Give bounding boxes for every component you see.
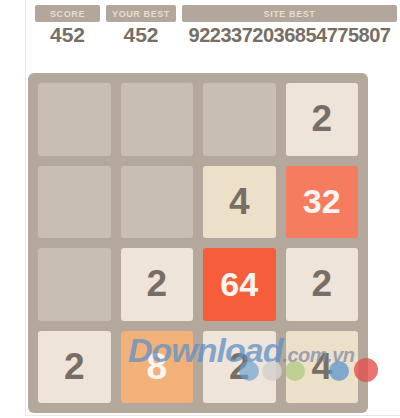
- tile-8: 8: [121, 331, 194, 404]
- empty-cell: [121, 166, 194, 239]
- site-best-label: SITE BEST: [264, 9, 316, 19]
- your-best-label: YOUR BEST: [112, 9, 170, 19]
- tile-2: 2: [286, 83, 359, 156]
- site-best-panel: SITE BEST 9223372036854775807: [182, 5, 397, 47]
- tile-4: 4: [203, 166, 276, 239]
- site-best-label-badge: SITE BEST: [182, 5, 397, 22]
- your-best-panel: YOUR BEST 452: [106, 5, 176, 47]
- score-label-badge: SCORE: [35, 5, 100, 22]
- score-label: SCORE: [50, 9, 85, 19]
- empty-cell: [38, 83, 111, 156]
- your-best-label-badge: YOUR BEST: [106, 5, 176, 22]
- tile-64: 64: [203, 248, 276, 321]
- tile-2: 2: [38, 331, 111, 404]
- board-grid[interactable]: 243226422824: [28, 73, 368, 413]
- tile-2: 2: [286, 248, 359, 321]
- site-best-value: 9223372036854775807: [182, 23, 397, 47]
- stats-bar: SCORE 452 YOUR BEST 452 SITE BEST 922337…: [35, 5, 397, 47]
- empty-cell: [38, 166, 111, 239]
- score-panel: SCORE 452: [35, 5, 100, 47]
- tile-32: 32: [286, 166, 359, 239]
- score-value: 452: [35, 23, 100, 47]
- tile-2: 2: [121, 248, 194, 321]
- tile-2: 2: [203, 331, 276, 404]
- empty-cell: [38, 248, 111, 321]
- empty-cell: [203, 83, 276, 156]
- game-page: SCORE 452 YOUR BEST 452 SITE BEST 922337…: [0, 0, 400, 418]
- empty-cell: [121, 83, 194, 156]
- your-best-value: 452: [106, 23, 176, 47]
- tile-4: 4: [286, 331, 359, 404]
